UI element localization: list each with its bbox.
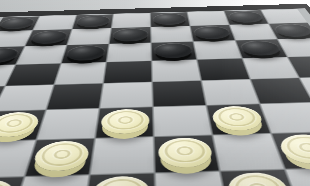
black-checker-piece [239, 40, 283, 56]
light-square [194, 41, 242, 60]
black-checker-piece [65, 45, 106, 61]
black-checker-piece [272, 24, 310, 38]
black-checker-piece [29, 30, 69, 44]
light-square [91, 137, 154, 174]
dark-square [104, 61, 152, 83]
white-checker-piece [89, 176, 151, 186]
camera-tilt-wrapper [0, 0, 310, 186]
light-square [55, 62, 106, 84]
dark-square [153, 81, 206, 107]
light-square [262, 9, 308, 23]
white-checker-piece [276, 134, 310, 165]
dark-square [96, 107, 153, 138]
light-square [202, 80, 259, 105]
light-square [107, 43, 151, 62]
dark-square [47, 84, 103, 110]
white-checker-piece [225, 172, 295, 186]
light-square [112, 13, 150, 27]
black-checker-piece [153, 13, 187, 25]
black-checker-piece [154, 43, 193, 59]
dark-square [207, 104, 270, 134]
light-square [16, 45, 66, 64]
dark-square [110, 27, 151, 43]
white-checker-piece [0, 112, 42, 138]
dark-square [62, 44, 109, 63]
light-square [100, 82, 152, 108]
light-square [154, 106, 212, 136]
board-grid [0, 9, 310, 186]
white-checker-piece [0, 179, 19, 186]
checkers-set-photo [0, 0, 310, 186]
dark-square [0, 177, 23, 186]
dark-square [26, 29, 72, 46]
dark-square [251, 78, 310, 103]
white-checker-piece [158, 137, 215, 168]
light-square [33, 15, 76, 30]
dark-square [155, 135, 219, 172]
black-checker-piece [75, 15, 110, 27]
black-checker-piece [0, 17, 37, 29]
dark-square [198, 59, 250, 81]
white-checker-piece [31, 140, 91, 171]
light-square [68, 28, 111, 45]
light-square [37, 109, 98, 140]
dark-square [26, 139, 95, 176]
white-checker-piece [210, 106, 265, 131]
dark-square [84, 174, 155, 186]
light-square [230, 24, 277, 40]
dark-square [225, 10, 268, 24]
white-checker-piece [100, 109, 150, 135]
light-square [0, 85, 53, 111]
black-checker-piece [112, 28, 148, 42]
black-checker-piece [193, 26, 232, 40]
light-square [156, 172, 228, 186]
checkers-board [0, 4, 310, 186]
dark-square [73, 14, 113, 29]
light-square [152, 60, 200, 82]
light-square [188, 11, 229, 25]
black-checker-piece [227, 11, 265, 23]
dark-square [151, 12, 190, 26]
dark-square [191, 25, 235, 41]
dark-square [152, 42, 197, 61]
dark-square [6, 64, 60, 86]
light-square [151, 26, 192, 42]
